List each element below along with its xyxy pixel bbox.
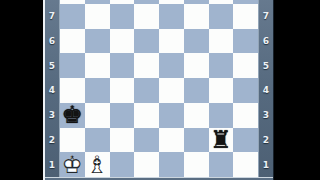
- square-h7[interactable]: [233, 4, 258, 29]
- square-h4[interactable]: [233, 78, 258, 103]
- square-g6[interactable]: [209, 29, 234, 54]
- square-g2[interactable]: ♜: [209, 128, 234, 153]
- square-f6[interactable]: [184, 29, 209, 54]
- rank-label-7: 7: [259, 4, 273, 29]
- square-b7[interactable]: [85, 4, 110, 29]
- square-b4[interactable]: [85, 78, 110, 103]
- rank-label-4: 4: [259, 78, 273, 103]
- rank-label-3: 3: [259, 103, 273, 128]
- piece-glyph-outline: ♔: [60, 152, 85, 177]
- rank-labels-left: 87654321: [45, 0, 60, 177]
- square-f3[interactable]: [184, 103, 209, 128]
- rank-label-2: 2: [45, 128, 59, 153]
- square-f4[interactable]: [184, 78, 209, 103]
- board-frame: 87654321 ♚♜♚♔♝♗ 87654321: [45, 0, 273, 177]
- square-f7[interactable]: [184, 4, 209, 29]
- square-d7[interactable]: [134, 4, 159, 29]
- chess-diagram: 87654321 ♚♜♚♔♝♗ 87654321: [43, 0, 274, 180]
- square-h1[interactable]: [233, 152, 258, 177]
- square-f5[interactable]: [184, 53, 209, 78]
- piece-white-bishop[interactable]: ♝♗: [85, 152, 110, 177]
- piece-black-rook[interactable]: ♜: [209, 128, 234, 153]
- square-a5[interactable]: [60, 53, 85, 78]
- square-a7[interactable]: [60, 4, 85, 29]
- square-h6[interactable]: [233, 29, 258, 54]
- square-a6[interactable]: [60, 29, 85, 54]
- square-d3[interactable]: [134, 103, 159, 128]
- rank-label-6: 6: [259, 29, 273, 54]
- square-d5[interactable]: [134, 53, 159, 78]
- square-c2[interactable]: [110, 128, 135, 153]
- square-h2[interactable]: [233, 128, 258, 153]
- rank-label-5: 5: [259, 53, 273, 78]
- square-c4[interactable]: [110, 78, 135, 103]
- square-a3[interactable]: ♚: [60, 103, 85, 128]
- square-d1[interactable]: [134, 152, 159, 177]
- square-g7[interactable]: [209, 4, 234, 29]
- square-c5[interactable]: [110, 53, 135, 78]
- video-frame: 87654321 ♚♜♚♔♝♗ 87654321: [0, 0, 320, 180]
- square-e5[interactable]: [159, 53, 184, 78]
- square-e4[interactable]: [159, 78, 184, 103]
- square-b5[interactable]: [85, 53, 110, 78]
- square-e7[interactable]: [159, 4, 184, 29]
- square-b6[interactable]: [85, 29, 110, 54]
- square-g5[interactable]: [209, 53, 234, 78]
- square-f2[interactable]: [184, 128, 209, 153]
- square-b2[interactable]: [85, 128, 110, 153]
- square-c7[interactable]: [110, 4, 135, 29]
- rank-label-4: 4: [45, 78, 59, 103]
- piece-glyph: ♜: [209, 128, 234, 153]
- square-g4[interactable]: [209, 78, 234, 103]
- square-a2[interactable]: [60, 128, 85, 153]
- square-c6[interactable]: [110, 29, 135, 54]
- square-d4[interactable]: [134, 78, 159, 103]
- square-e1[interactable]: [159, 152, 184, 177]
- square-a4[interactable]: [60, 78, 85, 103]
- square-e3[interactable]: [159, 103, 184, 128]
- piece-glyph-outline: ♗: [85, 152, 110, 177]
- rank-label-7: 7: [45, 4, 59, 29]
- rank-label-6: 6: [45, 29, 59, 54]
- square-f1[interactable]: [184, 152, 209, 177]
- square-c1[interactable]: [110, 152, 135, 177]
- piece-glyph: ♚: [60, 103, 85, 128]
- chess-board: ♚♜♚♔♝♗: [60, 0, 258, 177]
- rank-labels-right: 87654321: [258, 0, 273, 177]
- rank-label-2: 2: [259, 128, 273, 153]
- square-d6[interactable]: [134, 29, 159, 54]
- rank-label-5: 5: [45, 53, 59, 78]
- square-h5[interactable]: [233, 53, 258, 78]
- square-b1[interactable]: ♝♗: [85, 152, 110, 177]
- square-g3[interactable]: [209, 103, 234, 128]
- square-b3[interactable]: [85, 103, 110, 128]
- square-d2[interactable]: [134, 128, 159, 153]
- square-c3[interactable]: [110, 103, 135, 128]
- rank-label-3: 3: [45, 103, 59, 128]
- piece-black-king[interactable]: ♚: [60, 103, 85, 128]
- square-h3[interactable]: [233, 103, 258, 128]
- square-e6[interactable]: [159, 29, 184, 54]
- rank-label-1: 1: [259, 152, 273, 177]
- rank-label-1: 1: [45, 152, 59, 177]
- square-g1[interactable]: [209, 152, 234, 177]
- piece-white-king[interactable]: ♚♔: [60, 152, 85, 177]
- square-e2[interactable]: [159, 128, 184, 153]
- square-a1[interactable]: ♚♔: [60, 152, 85, 177]
